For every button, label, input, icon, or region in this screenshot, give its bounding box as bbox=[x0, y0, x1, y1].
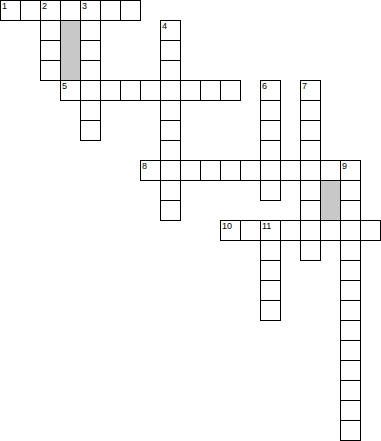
crossword-cell-r10c15[interactable] bbox=[300, 200, 321, 221]
crossword-cell-r2c2[interactable] bbox=[40, 40, 61, 61]
crossword-cell-r11c14[interactable] bbox=[280, 220, 301, 241]
crossword-cell-r5c15[interactable] bbox=[300, 100, 321, 121]
crossword-cell-r4c4[interactable] bbox=[80, 80, 101, 101]
crossword-cell-r4c9[interactable] bbox=[180, 80, 201, 101]
crossword-cell-r14c17[interactable] bbox=[340, 280, 361, 301]
crossword-cell-r9c17[interactable] bbox=[340, 180, 361, 201]
crossword-cell-r15c13[interactable] bbox=[260, 300, 281, 321]
crossword-cell-r13c17[interactable] bbox=[340, 260, 361, 281]
crossword-cell-r11c16[interactable] bbox=[320, 220, 341, 241]
shaded-answer-cells-2[interactable] bbox=[320, 180, 341, 221]
crossword-cell-r4c13[interactable] bbox=[260, 80, 281, 101]
crossword-cell-r11c13[interactable] bbox=[260, 220, 281, 241]
crossword-cell-r4c8[interactable] bbox=[160, 80, 181, 101]
crossword-cell-r17c17[interactable] bbox=[340, 340, 361, 361]
crossword-cell-r4c11[interactable] bbox=[220, 80, 241, 101]
crossword-cell-r12c13[interactable] bbox=[260, 240, 281, 261]
crossword-cell-r3c2[interactable] bbox=[40, 60, 61, 81]
crossword-cell-r7c8[interactable] bbox=[160, 140, 181, 161]
crossword-cell-r0c3[interactable] bbox=[60, 0, 81, 21]
crossword-cell-r19c17[interactable] bbox=[340, 380, 361, 401]
crossword-cell-r6c13[interactable] bbox=[260, 120, 281, 141]
crossword-cell-r9c13[interactable] bbox=[260, 180, 281, 201]
crossword-cell-r12c15[interactable] bbox=[300, 240, 321, 261]
crossword-cell-r8c14[interactable] bbox=[280, 160, 301, 181]
crossword-cell-r11c18[interactable] bbox=[360, 220, 381, 241]
crossword-cell-r8c9[interactable] bbox=[180, 160, 201, 181]
crossword-cell-r15c17[interactable] bbox=[340, 300, 361, 321]
crossword-cell-r5c8[interactable] bbox=[160, 100, 181, 121]
crossword-cell-r1c2[interactable] bbox=[40, 20, 61, 41]
crossword-cell-r7c13[interactable] bbox=[260, 140, 281, 161]
crossword-cell-r11c17[interactable] bbox=[340, 220, 361, 241]
crossword-cell-r9c8[interactable] bbox=[160, 180, 181, 201]
crossword-cell-r4c15[interactable] bbox=[300, 80, 321, 101]
crossword-cell-r20c17[interactable] bbox=[340, 400, 361, 421]
crossword-cell-r6c4[interactable] bbox=[80, 120, 101, 141]
crossword-cell-r12c17[interactable] bbox=[340, 240, 361, 261]
crossword-cell-r4c7[interactable] bbox=[140, 80, 161, 101]
crossword-cell-r16c17[interactable] bbox=[340, 320, 361, 341]
crossword-cell-r8c11[interactable] bbox=[220, 160, 241, 181]
crossword-cell-r0c5[interactable] bbox=[100, 0, 121, 21]
crossword-cell-r0c0[interactable] bbox=[0, 0, 21, 21]
crossword-cell-r13c13[interactable] bbox=[260, 260, 281, 281]
crossword-cell-r8c8[interactable] bbox=[160, 160, 181, 181]
crossword-cell-r0c2[interactable] bbox=[40, 0, 61, 21]
crossword-cell-r3c8[interactable] bbox=[160, 60, 181, 81]
crossword-cell-r5c4[interactable] bbox=[80, 100, 101, 121]
crossword-cell-r1c4[interactable] bbox=[80, 20, 101, 41]
crossword-cell-r0c6[interactable] bbox=[120, 0, 141, 21]
crossword-cell-r11c12[interactable] bbox=[240, 220, 261, 241]
crossword-cell-r0c1[interactable] bbox=[20, 0, 41, 21]
crossword-cell-r0c4[interactable] bbox=[80, 0, 101, 21]
crossword-cell-r8c13[interactable] bbox=[260, 160, 281, 181]
crossword-cell-r4c10[interactable] bbox=[200, 80, 221, 101]
crossword-cell-r14c13[interactable] bbox=[260, 280, 281, 301]
crossword-cell-r8c17[interactable] bbox=[340, 160, 361, 181]
crossword-cell-r9c15[interactable] bbox=[300, 180, 321, 201]
crossword-cell-r2c8[interactable] bbox=[160, 40, 181, 61]
crossword-cell-r4c5[interactable] bbox=[100, 80, 121, 101]
crossword-cell-r1c8[interactable] bbox=[160, 20, 181, 41]
crossword-board: 1234567891011 bbox=[0, 0, 381, 441]
crossword-cell-r8c7[interactable] bbox=[140, 160, 161, 181]
crossword-cell-r18c17[interactable] bbox=[340, 360, 361, 381]
crossword-cell-r3c4[interactable] bbox=[80, 60, 101, 81]
crossword-cell-r8c12[interactable] bbox=[240, 160, 261, 181]
crossword-cell-r8c15[interactable] bbox=[300, 160, 321, 181]
crossword-cell-r2c4[interactable] bbox=[80, 40, 101, 61]
crossword-cell-r7c15[interactable] bbox=[300, 140, 321, 161]
crossword-cell-r5c13[interactable] bbox=[260, 100, 281, 121]
crossword-cell-r6c8[interactable] bbox=[160, 120, 181, 141]
crossword-cell-r6c15[interactable] bbox=[300, 120, 321, 141]
crossword-cell-r10c17[interactable] bbox=[340, 200, 361, 221]
crossword-cell-r21c17[interactable] bbox=[340, 420, 361, 441]
crossword-cell-r4c6[interactable] bbox=[120, 80, 141, 101]
crossword-cell-r10c8[interactable] bbox=[160, 200, 181, 221]
crossword-cell-r8c16[interactable] bbox=[320, 160, 341, 181]
crossword-cell-r11c15[interactable] bbox=[300, 220, 321, 241]
crossword-cell-r8c10[interactable] bbox=[200, 160, 221, 181]
crossword-cell-r4c3[interactable] bbox=[60, 80, 81, 101]
crossword-cell-r11c11[interactable] bbox=[220, 220, 241, 241]
shaded-answer-cells-1[interactable] bbox=[60, 20, 81, 81]
